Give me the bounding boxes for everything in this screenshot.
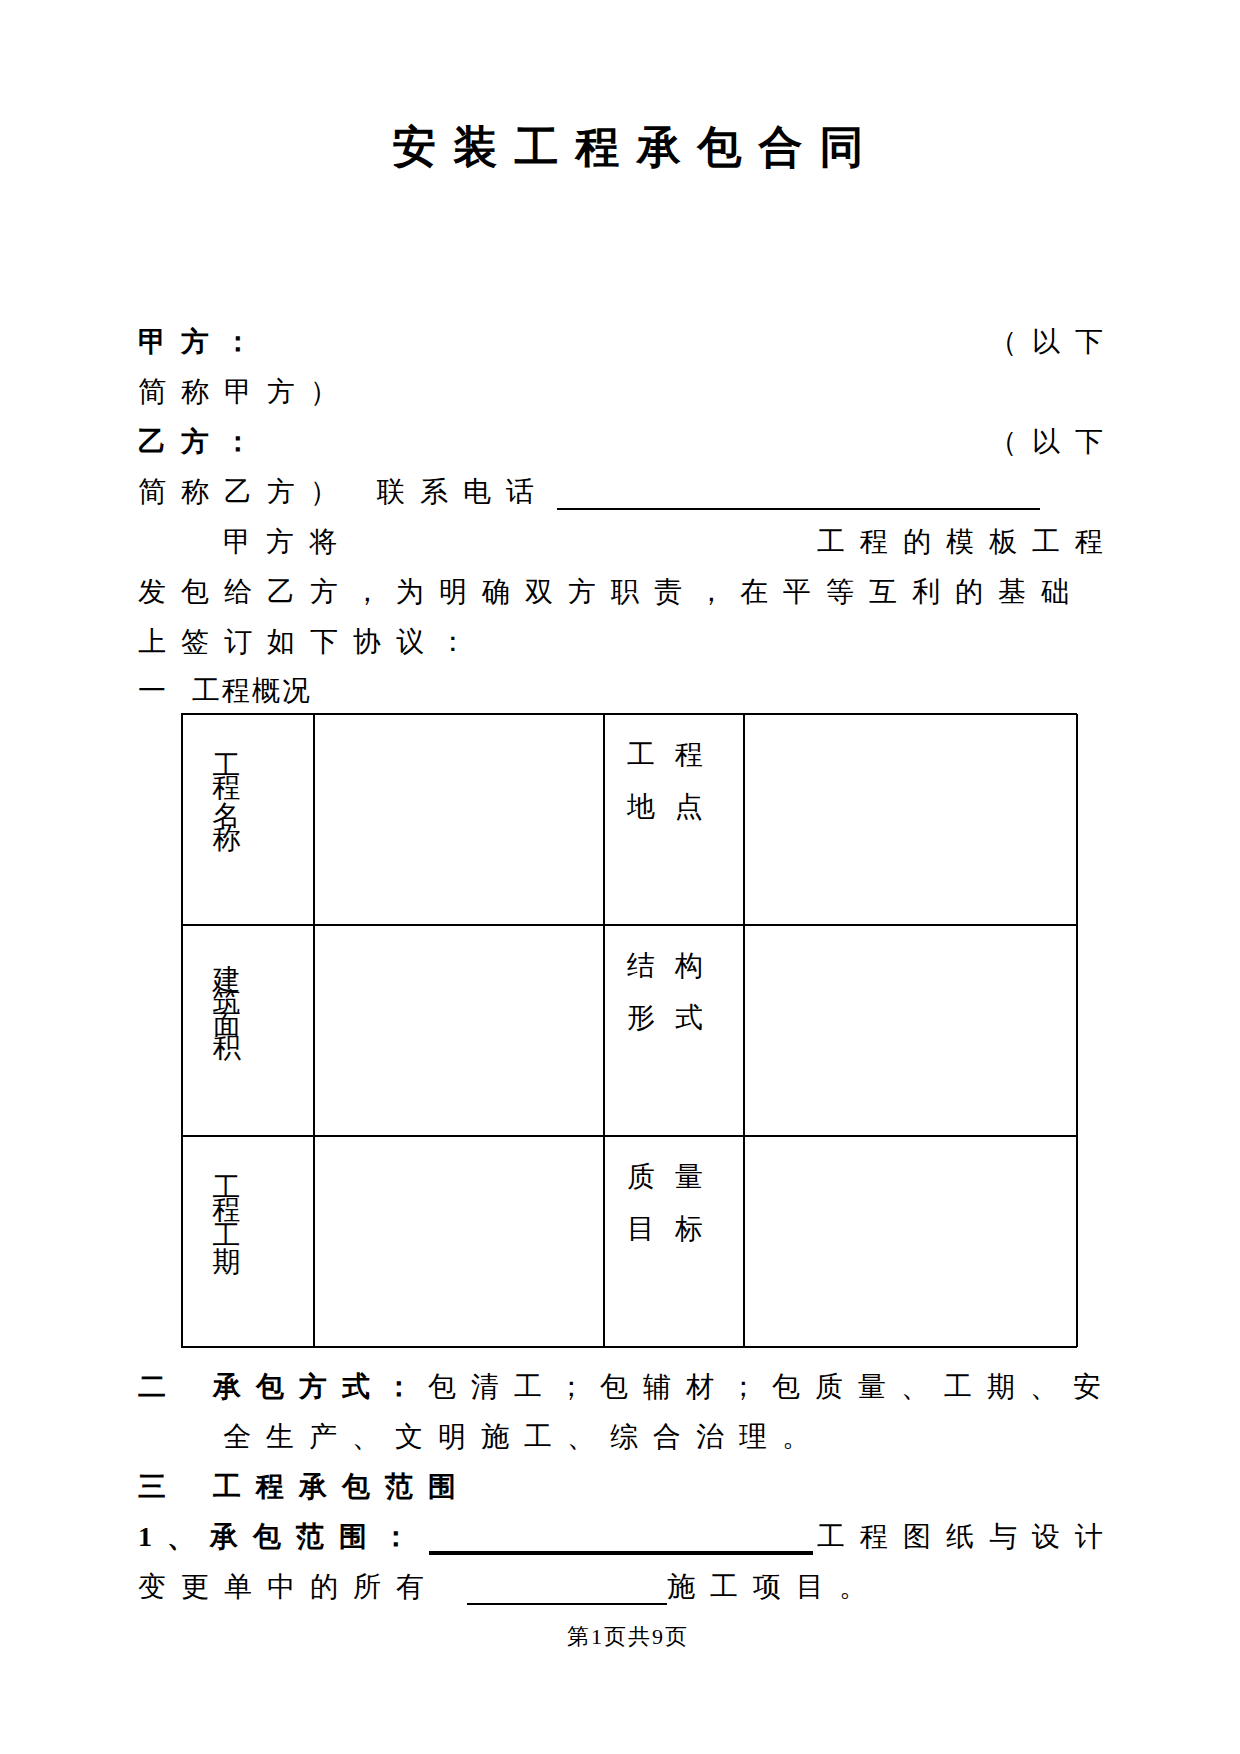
- table-value-project-name: [314, 714, 604, 925]
- item-one-label: 承包范围：: [210, 1518, 425, 1556]
- table-label-structure-type-line2: 形式: [627, 992, 743, 1044]
- party-a-line2: 简称甲方）: [138, 367, 1118, 417]
- section-two-text2: 全生产、文明施工、综合治理。: [138, 1418, 825, 1456]
- party-a-line: 甲方： （以下: [138, 317, 1118, 367]
- intro-line3-text: 上签订如下协议：: [138, 623, 482, 661]
- section-one-num: 一: [138, 672, 168, 710]
- item-one-line1: 1、 承包范围： 工程图纸与设计: [138, 1512, 1118, 1562]
- contract-page: 安装工程承包合同 甲方： （以下 简称甲方） 乙方： （以下 简称乙方） 联系电…: [0, 0, 1240, 1754]
- section-three-num: 三: [138, 1468, 181, 1506]
- page-indicator: 第1页共9页: [567, 1624, 689, 1649]
- item-one-num: 1、: [138, 1518, 210, 1556]
- section-two-line1: 二 承包方式： 包清工；包辅材；包质量、工期、安: [138, 1362, 1118, 1412]
- party-a-paren-text: （以下: [989, 323, 1118, 361]
- table-value-project-duration: [314, 1136, 604, 1347]
- table-value-structure-type: [744, 925, 1078, 1136]
- party-b-paren-text: （以下: [989, 423, 1118, 461]
- section-three-title: 工程承包范围: [213, 1468, 471, 1506]
- section-one-title: 工程概况: [192, 672, 312, 710]
- table-label-structure-type: 结构 形式: [604, 925, 744, 1136]
- item-one-line2: 变更单中的所有 施工项目。: [138, 1562, 1118, 1612]
- page-footer: 第1页共9页: [138, 1622, 1118, 1652]
- table-value-project-location: [744, 714, 1078, 925]
- intro-line1-right: 工程的模板工程: [817, 523, 1118, 561]
- section-two-label: 承包方式：: [213, 1368, 428, 1406]
- intro-line1: 甲方将 工程的模板工程: [138, 517, 1118, 567]
- intro-line3: 上签订如下协议：: [138, 617, 1118, 667]
- party-b-label: 乙方：: [138, 423, 267, 461]
- item-one-line2-prefix: 变更单中的所有: [138, 1568, 439, 1606]
- item-one-after-blank: 工程图纸与设计: [817, 1518, 1118, 1556]
- document-body: 甲方： （以下 简称甲方） 乙方： （以下 简称乙方） 联系电话 甲方将 工程的…: [138, 317, 1118, 1652]
- phone-blank-line: [557, 474, 1040, 510]
- party-b-line: 乙方： （以下: [138, 417, 1118, 467]
- scope-blank-line: [429, 1519, 813, 1555]
- intro-line2: 发包给乙方，为明确双方职责，在平等互利的基础: [138, 567, 1118, 617]
- section-two-text1: 包清工；包辅材；包质量、工期、安: [428, 1368, 1116, 1406]
- table-value-building-area: [314, 925, 604, 1136]
- table-label-project-location-line2: 地点: [627, 781, 743, 833]
- section-three-line: 三 工程承包范围: [138, 1462, 1118, 1512]
- table-value-quality-target: [744, 1136, 1078, 1347]
- table-label-building-area: 建筑面积: [182, 925, 314, 1136]
- party-a-abbrev-text: 简称甲方）: [138, 373, 353, 411]
- party-a-label: 甲方：: [138, 323, 267, 361]
- intro-line2-text: 发包给乙方，为明确双方职责，在平等互利的基础: [138, 573, 1084, 611]
- section-two-line2: 全生产、文明施工、综合治理。: [138, 1412, 1118, 1462]
- phone-label: 联系电话: [377, 473, 549, 511]
- items-blank-line: [467, 1569, 667, 1605]
- table-label-project-location: 工程 地点: [604, 714, 744, 925]
- table-label-quality-target-line2: 目标: [627, 1203, 743, 1255]
- section-one-heading: 一 工程概况: [138, 669, 1118, 713]
- intro-line1-left: 甲方将: [138, 523, 352, 561]
- table-label-project-location-line1: 工程: [627, 729, 743, 781]
- project-overview-table: 工程名称 工程 地点 建筑面积 结构 形式 工程工期 质量 目标: [181, 713, 1077, 1348]
- party-b-abbrev-text: 简称乙方）: [138, 473, 353, 511]
- document-title: 安装工程承包合同: [138, 0, 1118, 177]
- section-two-num: 二: [138, 1368, 181, 1406]
- table-label-structure-type-line1: 结构: [627, 940, 743, 992]
- item-one-line2-suffix: 施工项目。: [667, 1568, 882, 1606]
- table-label-quality-target: 质量 目标: [604, 1136, 744, 1347]
- party-b-line2: 简称乙方） 联系电话: [138, 467, 1118, 517]
- table-label-quality-target-line1: 质量: [627, 1151, 743, 1203]
- table-label-project-name: 工程名称: [182, 714, 314, 925]
- table-label-project-duration: 工程工期: [182, 1136, 314, 1347]
